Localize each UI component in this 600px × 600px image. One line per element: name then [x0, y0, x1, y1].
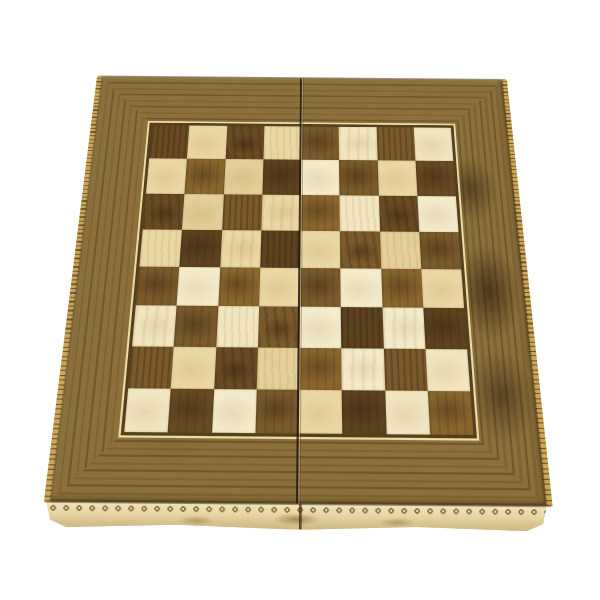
product-photo — [0, 0, 600, 600]
square-r5c5 — [300, 268, 341, 307]
front-fold-seam — [298, 502, 301, 530]
square-r6c3 — [216, 306, 259, 347]
square-r1c6 — [339, 127, 377, 161]
square-r8c6 — [342, 390, 386, 434]
square-r5c6 — [341, 268, 383, 307]
square-r4c2 — [180, 230, 222, 268]
square-r3c4 — [261, 194, 301, 230]
chess-board — [49, 76, 547, 506]
square-r2c4 — [262, 160, 301, 195]
square-r7c8 — [425, 348, 470, 391]
square-r2c2 — [185, 159, 225, 194]
square-r4c3 — [220, 230, 261, 268]
square-r3c7 — [378, 195, 419, 231]
square-r1c8 — [414, 127, 454, 161]
square-r7c1 — [128, 346, 174, 389]
square-r6c4 — [258, 307, 300, 348]
square-r2c1 — [146, 159, 187, 194]
square-r3c2 — [182, 194, 223, 230]
square-r8c3 — [212, 389, 257, 433]
square-r3c3 — [222, 194, 263, 230]
square-r4c6 — [340, 231, 381, 269]
square-r7c3 — [214, 347, 258, 390]
square-r7c6 — [341, 348, 384, 391]
square-r2c7 — [377, 161, 417, 196]
square-r5c4 — [259, 268, 300, 307]
square-r5c3 — [218, 267, 260, 306]
square-r8c4 — [255, 389, 299, 433]
square-r8c7 — [385, 390, 430, 434]
square-r5c7 — [381, 269, 423, 308]
square-r1c7 — [376, 127, 415, 161]
square-r6c8 — [423, 308, 467, 349]
square-r3c8 — [417, 196, 458, 232]
square-r4c8 — [419, 232, 461, 270]
square-r5c1 — [136, 267, 180, 306]
square-r2c6 — [339, 160, 378, 195]
square-r1c3 — [225, 126, 264, 160]
square-r2c5 — [301, 160, 340, 195]
square-r1c4 — [263, 126, 301, 160]
square-r3c1 — [143, 193, 185, 229]
square-r4c7 — [380, 231, 421, 269]
square-r3c5 — [301, 195, 340, 231]
square-r4c5 — [300, 231, 340, 269]
square-r6c6 — [341, 307, 383, 348]
square-r1c1 — [149, 125, 189, 159]
square-r6c2 — [174, 306, 218, 347]
square-r5c8 — [421, 269, 464, 308]
square-r3c6 — [340, 195, 380, 231]
square-r8c2 — [168, 388, 214, 432]
square-r8c5 — [299, 390, 343, 434]
square-r6c7 — [382, 308, 425, 349]
square-r7c5 — [299, 347, 342, 390]
square-r6c5 — [300, 307, 342, 348]
square-r2c8 — [415, 161, 456, 196]
square-r5c2 — [177, 267, 220, 306]
square-r6c1 — [132, 305, 177, 346]
chess-board-scene — [0, 0, 600, 600]
square-r7c4 — [256, 347, 299, 390]
square-r7c2 — [171, 346, 216, 389]
square-r8c8 — [427, 391, 473, 435]
square-r7c7 — [383, 348, 427, 391]
square-r1c5 — [301, 126, 339, 160]
square-r4c1 — [139, 229, 182, 267]
square-r4c4 — [260, 230, 301, 268]
square-r8c1 — [124, 388, 171, 432]
square-r1c2 — [187, 125, 227, 159]
square-r2c3 — [223, 159, 263, 194]
